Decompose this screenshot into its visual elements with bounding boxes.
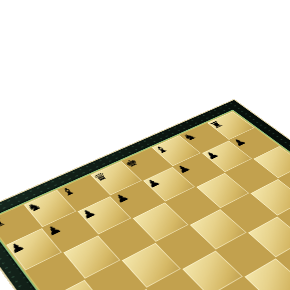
board-squares: ♜♞♝♛♚♝♞♜♟♟♟♟♟♟♟♟♟♟♟♟♟♟♟♟♜♞♝♛♚♝♞♜ — [0, 112, 290, 290]
piece-reflection — [86, 261, 122, 280]
silver-pawn-b2: ♟ — [43, 222, 64, 239]
chess-set-photo: ♜♞♝♛♚♝♞♜♟♟♟♟♟♟♟♟♟♟♟♟♟♟♟♟♜♞♝♛♚♝♞♜ — [0, 0, 290, 290]
silver-bishop-c1: ♝ — [58, 184, 78, 199]
silver-pawn-a2: ♟ — [6, 239, 28, 257]
silver-knight-g1: ♞ — [180, 131, 199, 143]
square-g4 — [251, 179, 290, 215]
silver-pawn-e2: ♟ — [143, 176, 164, 190]
silver-rook-a1: ♜ — [0, 215, 9, 231]
chess-board: ♜♞♝♛♚♝♞♜♟♟♟♟♟♟♟♟♟♟♟♟♟♟♟♟♜♞♝♛♚♝♞♜ — [0, 100, 290, 290]
